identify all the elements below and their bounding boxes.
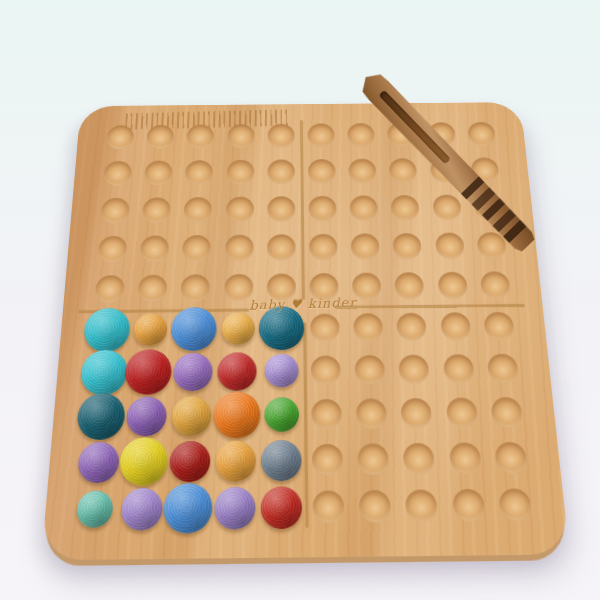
board-cell	[211, 484, 258, 533]
board-cell	[135, 191, 178, 229]
felt-ball-blue-r6c3[interactable]	[171, 307, 218, 351]
hole	[350, 195, 379, 221]
hole	[353, 313, 383, 341]
board-cell	[120, 438, 168, 485]
hole	[144, 160, 173, 185]
board-cell	[350, 436, 398, 483]
hole	[267, 124, 294, 148]
board-cell	[387, 266, 432, 307]
hole	[182, 235, 211, 262]
felt-ball-lavender-r10c4[interactable]	[214, 486, 256, 529]
felt-ball-purple-r9c1[interactable]	[76, 441, 119, 482]
hole	[393, 233, 423, 260]
board-cell	[490, 481, 541, 529]
board-cell	[259, 307, 303, 349]
board-cell	[393, 391, 440, 436]
board-cell	[133, 229, 177, 268]
board-cell	[384, 189, 427, 227]
hole	[448, 442, 481, 474]
board-cell	[391, 348, 438, 392]
board-cell	[215, 349, 260, 393]
board-cell	[123, 393, 170, 438]
hole	[399, 355, 430, 384]
hole	[95, 275, 126, 303]
felt-ball-red-r7c2[interactable]	[124, 349, 172, 395]
board-cell	[261, 118, 301, 154]
board-cell	[472, 265, 518, 306]
hole	[486, 354, 518, 383]
felt-ball-seafoam-r10c1[interactable]	[76, 491, 114, 528]
hole	[267, 234, 295, 261]
hole	[403, 443, 435, 475]
board-cell	[175, 229, 218, 268]
hole	[101, 198, 131, 224]
board-cell	[87, 268, 133, 309]
felt-ball-amber-r9c4[interactable]	[215, 440, 256, 481]
board-cell	[479, 347, 527, 391]
board-cell	[170, 350, 216, 394]
felt-ball-yellow-r9c2[interactable]	[119, 437, 169, 486]
board-cell	[218, 228, 261, 267]
board-cell	[385, 227, 429, 266]
board-cell	[430, 265, 476, 306]
hole	[307, 123, 334, 147]
hole	[311, 399, 342, 429]
felt-ball-green-r8c5[interactable]	[264, 397, 299, 432]
board-cell	[303, 348, 348, 392]
hole	[138, 275, 168, 303]
board-cell	[96, 155, 139, 192]
board-cell	[486, 434, 536, 481]
board-cell	[258, 483, 305, 531]
hole	[309, 234, 338, 261]
hole	[443, 354, 475, 383]
board-cell	[219, 190, 261, 228]
hole	[312, 444, 343, 476]
board-cell	[130, 268, 175, 309]
hole-grid	[41, 102, 569, 560]
board-cell	[260, 190, 302, 228]
hole	[106, 125, 135, 149]
board-cell	[125, 350, 171, 394]
board-cell	[128, 308, 174, 350]
board-cell	[341, 117, 382, 153]
board-cell	[475, 305, 522, 347]
board-cell	[177, 191, 220, 229]
hole	[483, 312, 515, 340]
hole	[98, 236, 128, 263]
hole	[311, 355, 341, 384]
board-cell	[397, 482, 446, 530]
hole	[308, 196, 336, 222]
board-cell	[440, 435, 489, 482]
board-cell	[173, 268, 217, 309]
board-cell	[166, 438, 213, 485]
board-cell	[302, 190, 344, 228]
felt-ball-red-r10c5[interactable]	[261, 486, 302, 529]
board-cell	[137, 154, 180, 191]
board-cell	[302, 227, 345, 266]
hole	[308, 159, 336, 184]
hole	[227, 124, 254, 148]
hole	[313, 490, 345, 523]
hole	[480, 271, 511, 298]
hole	[357, 443, 389, 475]
board-cell	[259, 392, 304, 437]
board-cell	[395, 435, 443, 482]
hole	[467, 122, 496, 146]
felt-ball-dark-teal-r6c5[interactable]	[259, 306, 305, 350]
board-cell	[382, 152, 425, 189]
hole	[267, 159, 295, 184]
board-cell	[346, 306, 391, 348]
hole	[267, 196, 295, 222]
board-cell	[139, 119, 181, 155]
hole	[498, 488, 532, 521]
board-cell	[212, 437, 259, 484]
board-cell	[172, 308, 217, 350]
felt-ball-dark-red-r9c3[interactable]	[169, 440, 211, 481]
board-cell	[213, 392, 259, 437]
board-cell	[260, 228, 302, 267]
board-cell	[304, 392, 350, 437]
felt-ball-slate-gray-r9c5[interactable]	[261, 439, 302, 480]
hole	[440, 312, 471, 340]
felt-ball-dark-teal-r8c1[interactable]	[76, 393, 126, 440]
board-cell	[348, 391, 395, 436]
hole	[226, 196, 254, 222]
board-cell	[460, 116, 503, 152]
board-cell	[443, 481, 493, 529]
board-cell	[168, 393, 215, 438]
hole	[452, 489, 486, 522]
hole	[490, 397, 523, 427]
hole	[142, 197, 171, 223]
hole	[226, 160, 254, 185]
board-cell	[301, 117, 342, 153]
board-cell	[344, 227, 388, 266]
board-cell	[117, 484, 166, 533]
board-cell	[305, 483, 353, 531]
hole	[351, 233, 380, 260]
hole	[494, 442, 528, 473]
board-cell	[261, 153, 302, 190]
hole	[437, 272, 468, 299]
felt-ball-orange-r8c4[interactable]	[212, 391, 260, 438]
hole	[146, 125, 174, 149]
hole	[184, 197, 213, 223]
board-cell	[90, 229, 135, 269]
board-cell	[77, 394, 125, 439]
board-cell	[343, 189, 386, 227]
felt-ball-red-r7c4[interactable]	[217, 352, 257, 391]
hole	[355, 355, 386, 384]
board-cell	[164, 484, 212, 533]
board-cell	[342, 153, 384, 190]
hole	[347, 123, 375, 147]
board-cell	[84, 309, 130, 351]
felt-ball-purple-r7c3[interactable]	[173, 352, 213, 391]
board-cell	[99, 119, 142, 155]
board-cell	[351, 482, 399, 530]
hole	[356, 398, 387, 428]
hole	[445, 397, 477, 427]
hole	[103, 161, 132, 186]
hole	[476, 232, 507, 259]
board-cell	[219, 154, 260, 191]
board-cell	[389, 306, 435, 348]
felt-ball-turquoise-r6c1[interactable]	[83, 308, 131, 352]
felt-ball-lavender-r7c5[interactable]	[264, 354, 298, 387]
hole	[187, 124, 215, 148]
board-cell	[347, 348, 393, 392]
hole	[225, 234, 254, 261]
board-cell	[432, 305, 478, 347]
photo-background: baby ♥ kinder	[0, 0, 600, 600]
hole	[397, 313, 428, 341]
board-cell	[180, 119, 221, 155]
board-cell	[259, 437, 305, 484]
hole	[310, 313, 340, 341]
board-cell	[93, 192, 137, 230]
hole	[389, 158, 418, 183]
hole	[185, 160, 213, 185]
hole	[348, 159, 376, 184]
board-cell	[220, 118, 261, 154]
board-cell	[259, 349, 304, 393]
board-cell	[70, 485, 120, 534]
board-cell	[80, 351, 127, 395]
hole	[434, 232, 464, 259]
felt-ball-lavender-r10c2[interactable]	[120, 487, 163, 530]
felt-ball-amber-r6c2[interactable]	[133, 313, 168, 345]
board-cell	[482, 390, 531, 435]
board-cell	[303, 307, 347, 349]
board-cell	[304, 436, 351, 483]
hole	[391, 195, 420, 221]
board-cell	[438, 390, 486, 435]
hole	[401, 398, 433, 428]
hole	[395, 272, 425, 299]
board-cell	[427, 226, 472, 265]
board-cell	[435, 347, 482, 391]
wooden-board: baby ♥ kinder	[41, 102, 569, 560]
felt-ball-amber-r8c3[interactable]	[171, 396, 212, 436]
board-cell	[73, 439, 122, 486]
hole	[140, 235, 170, 262]
felt-ball-turquoise-r7c1[interactable]	[79, 350, 128, 396]
board-cell	[216, 308, 260, 350]
board-cell	[301, 153, 342, 190]
felt-ball-blue-r10c3[interactable]	[163, 483, 213, 534]
felt-ball-amber-r6c4[interactable]	[221, 312, 255, 344]
board-cell	[178, 154, 220, 191]
hole	[359, 490, 392, 523]
felt-ball-purple-r8c2[interactable]	[125, 396, 167, 436]
hole	[405, 489, 438, 522]
hole	[181, 274, 211, 302]
hole	[432, 195, 462, 221]
